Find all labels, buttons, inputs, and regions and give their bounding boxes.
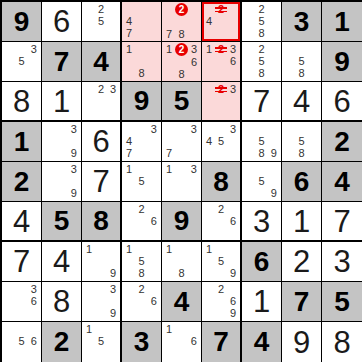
cell-r4c5[interactable]: 37 (162, 122, 202, 162)
cell-r8c2[interactable]: 8 (42, 282, 82, 322)
candidate-empty (188, 323, 200, 336)
candidate-7: 7 (163, 28, 175, 40)
candidate-6: 6 (28, 295, 40, 307)
candidate-empty (203, 123, 215, 135)
candidate-empty (163, 255, 175, 267)
candidate-empty (268, 43, 280, 55)
candidate-2-marked: 2 (215, 3, 227, 15)
cell-r6c4[interactable]: 26 (122, 202, 162, 242)
cell-r3c3[interactable]: 23 (82, 82, 122, 122)
candidate-empty (43, 175, 55, 187)
given-digit: 9 (334, 48, 350, 76)
candidate-empty (308, 148, 320, 160)
candidate-empty (148, 203, 160, 215)
candidate-empty (123, 3, 135, 15)
cell-r1c7[interactable]: 258 (242, 2, 282, 42)
candidate-empty (135, 295, 147, 307)
candidate-empty (163, 348, 175, 361)
cell-r5c6[interactable]: 8 (202, 162, 242, 202)
candidate-empty (135, 3, 147, 15)
candidate-empty (15, 43, 27, 55)
candidate-empty (243, 188, 255, 200)
highlighted-candidate: 2 (175, 43, 188, 56)
candidate-empty (123, 227, 135, 239)
candidate-empty (68, 135, 80, 147)
candidate-empty (175, 16, 188, 28)
candidate-3: 3 (188, 163, 200, 175)
cell-r8c1[interactable]: 36 (2, 282, 42, 322)
candidate-empty (135, 243, 147, 255)
given-digit: 6 (294, 168, 310, 196)
candidate-5: 5 (255, 175, 267, 187)
cell-r9c5[interactable]: 16 (162, 322, 202, 362)
candidate-8: 8 (295, 148, 307, 160)
candidate-grid: 12368 (162, 42, 201, 81)
solved-digit: 6 (333, 86, 350, 117)
candidate-empty (3, 68, 15, 80)
given-digit: 7 (294, 288, 310, 316)
candidate-empty (123, 295, 135, 307)
candidate-empty (68, 175, 80, 187)
cell-r4c3[interactable]: 6 (82, 122, 122, 162)
cell-r3c2[interactable]: 1 (42, 82, 82, 122)
cell-r7c8[interactable]: 2 (282, 242, 322, 282)
cell-r9c3[interactable]: 15 (82, 322, 122, 362)
candidate-empty (15, 295, 27, 307)
solved-digit: 8 (333, 327, 350, 358)
candidate-grid: 39 (42, 122, 81, 161)
solved-digit: 7 (333, 206, 350, 237)
cell-r8c6[interactable]: 269 (202, 282, 242, 322)
cell-r6c7[interactable]: 3 (242, 202, 282, 242)
candidate-9: 9 (227, 308, 239, 320)
given-digit: 6 (254, 248, 270, 276)
cell-r8c3[interactable]: 39 (82, 282, 122, 322)
candidate-empty (215, 227, 227, 239)
candidate-1: 1 (163, 323, 175, 336)
candidate-empty (148, 243, 160, 255)
candidate-6: 6 (227, 295, 239, 307)
cell-r7c1[interactable]: 7 (2, 242, 42, 282)
cell-r1c5[interactable]: 278 (162, 2, 202, 42)
candidate-grid: 35 (2, 42, 41, 81)
candidate-1: 1 (163, 163, 175, 175)
cell-r3c6[interactable]: 23 (202, 82, 242, 122)
candidate-grid: 158 (122, 242, 161, 281)
cell-r9c7[interactable]: 4 (242, 322, 282, 362)
candidate-grid: 26 (122, 282, 161, 321)
cell-r7c6[interactable]: 159 (202, 242, 242, 282)
cell-r5c7[interactable]: 59 (242, 162, 282, 202)
solved-digit: 1 (53, 86, 70, 117)
candidate-grid: 36 (2, 282, 41, 321)
candidate-empty (175, 323, 187, 336)
cell-r6c9[interactable]: 7 (322, 202, 362, 242)
candidate-empty (163, 268, 175, 280)
solved-digit: 1 (253, 286, 270, 317)
candidate-empty (148, 283, 160, 295)
candidate-9: 9 (107, 308, 119, 320)
candidate-empty (308, 68, 320, 80)
candidate-grid: 59 (242, 162, 281, 201)
given-digit: 7 (213, 328, 229, 356)
cell-r2c8[interactable]: 58 (282, 42, 322, 82)
candidate-empty (148, 227, 160, 239)
cell-r4c2[interactable]: 39 (42, 122, 82, 162)
candidate-empty (15, 283, 27, 295)
cell-r9c6[interactable]: 7 (202, 322, 242, 362)
candidate-empty (55, 148, 67, 160)
candidate-3: 3 (148, 123, 160, 135)
candidate-empty (203, 83, 215, 95)
given-digit: 7 (54, 48, 70, 76)
candidate-empty (188, 255, 200, 267)
cell-r1c6[interactable]: 24 (202, 2, 242, 42)
sudoku-board: 9625472782425831357418123681236258589812… (0, 0, 362, 362)
candidate-empty (148, 15, 160, 27)
cell-r2c7[interactable]: 258 (242, 42, 282, 82)
candidate-empty (188, 268, 200, 280)
candidate-empty (215, 55, 227, 67)
candidate-empty (148, 308, 160, 320)
cell-r4c7[interactable]: 589 (242, 122, 282, 162)
candidate-empty (95, 348, 107, 361)
candidate-8: 8 (255, 28, 267, 40)
candidate-grid: 269 (202, 282, 240, 321)
candidate-empty (175, 123, 187, 135)
candidate-empty (123, 175, 135, 187)
candidate-empty (215, 308, 227, 320)
candidate-empty (215, 28, 227, 40)
candidate-empty (123, 123, 135, 135)
candidate-3: 3 (68, 123, 80, 135)
candidate-empty (107, 28, 119, 40)
cell-r1c9[interactable]: 1 (322, 2, 362, 42)
cell-r4c9[interactable]: 2 (322, 122, 362, 162)
candidate-empty (163, 16, 175, 28)
candidate-empty (3, 283, 15, 295)
candidate-grid: 18 (122, 42, 161, 81)
given-digit: 4 (334, 168, 350, 196)
candidate-empty (227, 15, 239, 27)
candidate-grid: 13 (162, 162, 201, 201)
cell-r7c5[interactable]: 18 (162, 242, 202, 282)
candidate-empty (95, 323, 107, 336)
candidate-empty (107, 348, 119, 361)
candidate-grid: 1236 (202, 42, 240, 81)
candidate-empty (243, 55, 255, 67)
candidate-grid: 589 (242, 122, 281, 161)
candidate-empty (227, 148, 239, 160)
candidate-empty (203, 215, 215, 227)
candidate-empty (227, 135, 239, 147)
candidate-1: 1 (203, 243, 215, 255)
cell-r5c3[interactable]: 7 (82, 162, 122, 202)
candidate-empty (188, 68, 200, 80)
cell-r1c3[interactable]: 25 (82, 2, 122, 42)
cell-r4c6[interactable]: 345 (202, 122, 242, 162)
cell-r2c9[interactable]: 9 (322, 42, 362, 82)
candidate-empty (175, 336, 187, 349)
solved-digit: 7 (253, 86, 270, 117)
candidate-empty (95, 255, 107, 267)
candidate-1: 1 (123, 243, 135, 255)
candidate-8: 8 (255, 148, 267, 160)
cell-r1c1[interactable]: 9 (2, 2, 42, 42)
candidate-empty (107, 323, 119, 336)
candidate-empty (15, 308, 27, 320)
candidate-empty (83, 15, 95, 27)
candidate-empty (163, 68, 175, 80)
candidate-8: 8 (175, 28, 188, 40)
candidate-empty (203, 68, 215, 80)
cell-r2c1[interactable]: 35 (2, 42, 42, 82)
candidate-9: 9 (107, 268, 119, 280)
candidate-empty (203, 203, 215, 215)
given-digit: 3 (294, 8, 310, 36)
candidate-grid: 15 (82, 322, 120, 362)
solved-digit: 7 (92, 166, 109, 197)
cell-r7c3[interactable]: 19 (82, 242, 122, 282)
cell-r9c1[interactable]: 56 (2, 322, 42, 362)
cell-r3c7[interactable]: 7 (242, 82, 282, 122)
candidate-5: 5 (255, 135, 267, 147)
cell-r5c9[interactable]: 4 (322, 162, 362, 202)
candidate-5: 5 (295, 55, 307, 67)
candidate-empty (95, 295, 107, 307)
cell-r4c8[interactable]: 58 (282, 122, 322, 162)
candidate-empty (215, 268, 227, 280)
candidate-7: 7 (163, 148, 175, 160)
cell-r3c1[interactable]: 8 (2, 82, 42, 122)
candidate-empty (3, 43, 15, 55)
candidate-empty (135, 227, 147, 239)
cell-r4c4[interactable]: 347 (122, 122, 162, 162)
candidate-empty (175, 255, 187, 267)
cell-r5c4[interactable]: 15 (122, 162, 162, 202)
candidate-8: 8 (295, 68, 307, 80)
candidate-empty (268, 163, 280, 175)
cell-r1c4[interactable]: 47 (122, 2, 162, 42)
candidate-empty (188, 348, 200, 361)
candidate-empty (243, 123, 255, 135)
cell-r2c2[interactable]: 7 (42, 42, 82, 82)
cell-r1c8[interactable]: 3 (282, 2, 322, 42)
candidate-empty (135, 215, 147, 227)
candidate-grid: 16 (162, 322, 201, 362)
solved-digit: 1 (293, 206, 310, 237)
candidate-empty (227, 255, 239, 267)
candidate-empty (243, 163, 255, 175)
cell-r7c9[interactable]: 3 (322, 242, 362, 282)
candidate-grid: 258 (242, 2, 281, 41)
cell-r7c4[interactable]: 158 (122, 242, 162, 282)
candidate-empty (163, 175, 175, 187)
candidate-empty (283, 43, 295, 55)
cell-r7c7[interactable]: 6 (242, 242, 282, 282)
cell-r3c4[interactable]: 9 (122, 82, 162, 122)
cell-r6c6[interactable]: 26 (202, 202, 242, 242)
candidate-2: 2 (255, 43, 267, 55)
candidate-empty (55, 135, 67, 147)
candidate-empty (215, 107, 227, 119)
candidate-empty (188, 148, 200, 160)
candidate-8: 8 (255, 68, 267, 80)
cell-r9c9[interactable]: 8 (322, 322, 362, 362)
candidate-empty (55, 188, 67, 200)
given-digit: 4 (174, 288, 190, 316)
solved-digit: 8 (13, 86, 30, 117)
candidate-empty (123, 255, 135, 267)
candidate-empty (188, 243, 200, 255)
candidate-empty (175, 188, 187, 200)
candidate-empty (175, 135, 187, 147)
candidate-9: 9 (268, 148, 280, 160)
given-digit: 4 (254, 328, 270, 356)
candidate-empty (123, 283, 135, 295)
candidate-9: 9 (268, 188, 280, 200)
cell-r9c4[interactable]: 3 (122, 322, 162, 362)
candidate-empty (83, 255, 95, 267)
candidate-5: 5 (135, 175, 147, 187)
candidate-6: 6 (227, 215, 239, 227)
cell-r3c5[interactable]: 5 (162, 82, 202, 122)
cell-r7c2[interactable]: 4 (42, 242, 82, 282)
candidate-empty (308, 135, 320, 147)
candidate-empty (148, 268, 160, 280)
candidate-empty (43, 123, 55, 135)
candidate-9: 9 (68, 188, 80, 200)
cell-r6c5[interactable]: 9 (162, 202, 202, 242)
cell-r6c1[interactable]: 4 (2, 202, 42, 242)
cell-r6c2[interactable]: 5 (42, 202, 82, 242)
candidate-empty (123, 215, 135, 227)
cell-r2c3[interactable]: 4 (82, 42, 122, 82)
candidate-empty (175, 243, 187, 255)
given-digit: 9 (14, 8, 30, 36)
cell-r2c5[interactable]: 12368 (162, 42, 202, 82)
cell-r8c8[interactable]: 7 (282, 282, 322, 322)
candidate-empty (43, 163, 55, 175)
candidate-empty (107, 107, 119, 119)
candidate-2: 2 (215, 203, 227, 215)
candidate-empty (107, 336, 119, 349)
candidate-empty (95, 95, 107, 107)
candidate-empty (227, 227, 239, 239)
candidate-empty (83, 336, 95, 349)
candidate-8: 8 (135, 68, 147, 80)
candidate-empty (188, 188, 200, 200)
cell-r5c2[interactable]: 39 (42, 162, 82, 202)
candidate-empty (95, 268, 107, 280)
candidate-empty (148, 255, 160, 267)
candidate-empty (188, 175, 200, 187)
cell-r6c3[interactable]: 8 (82, 202, 122, 242)
cell-r5c1[interactable]: 2 (2, 162, 42, 202)
candidate-grid: 19 (82, 242, 120, 281)
candidate-empty (15, 323, 27, 336)
cell-r5c5[interactable]: 13 (162, 162, 202, 202)
cell-r9c8[interactable]: 9 (282, 322, 322, 362)
candidate-6: 6 (188, 56, 200, 68)
cell-r8c7[interactable]: 1 (242, 282, 282, 322)
candidate-empty (215, 148, 227, 160)
candidate-empty (163, 135, 175, 147)
candidate-empty (203, 255, 215, 267)
candidate-empty (148, 135, 160, 147)
solved-digit: 6 (92, 126, 109, 157)
candidate-empty (95, 107, 107, 119)
candidate-3: 3 (107, 83, 119, 95)
cell-r4c1[interactable]: 1 (2, 122, 42, 162)
candidate-empty (83, 28, 95, 40)
cell-r3c8[interactable]: 4 (282, 82, 322, 122)
candidate-2-marked: 2 (215, 43, 227, 55)
cell-r8c5[interactable]: 4 (162, 282, 202, 322)
cell-r8c9[interactable]: 5 (322, 282, 362, 322)
cell-r6c8[interactable]: 1 (282, 202, 322, 242)
candidate-1: 1 (163, 43, 175, 56)
cell-r3c9[interactable]: 6 (322, 82, 362, 122)
candidate-5: 5 (255, 55, 267, 67)
candidate-empty (203, 148, 215, 160)
solved-digit: 4 (13, 206, 30, 237)
solved-digit: 4 (293, 86, 310, 117)
eliminated-candidate: 2 (217, 44, 225, 55)
candidate-4: 4 (123, 135, 135, 147)
candidate-empty (203, 55, 215, 67)
candidate-2: 2 (135, 203, 147, 215)
cell-r9c2[interactable]: 2 (42, 322, 82, 362)
cell-r2c4[interactable]: 18 (122, 42, 162, 82)
candidate-empty (175, 348, 187, 361)
candidate-3: 3 (28, 43, 40, 55)
candidate-grid: 345 (202, 122, 240, 161)
candidate-7: 7 (123, 148, 135, 160)
candidate-empty (203, 107, 215, 119)
candidate-empty (243, 148, 255, 160)
candidate-1: 1 (163, 243, 175, 255)
cell-r1c2[interactable]: 6 (42, 2, 82, 42)
candidate-empty (95, 243, 107, 255)
given-digit: 9 (174, 207, 190, 235)
candidate-empty (135, 188, 147, 200)
candidate-empty (203, 95, 215, 107)
cell-r2c6[interactable]: 1236 (202, 42, 242, 82)
candidate-empty (227, 28, 239, 40)
candidate-empty (255, 123, 267, 135)
candidate-4: 4 (203, 135, 215, 147)
candidate-empty (95, 28, 107, 40)
candidate-grid: 58 (282, 122, 321, 161)
candidate-empty (135, 15, 147, 27)
candidate-3: 3 (227, 83, 239, 95)
cell-r5c8[interactable]: 6 (282, 162, 322, 202)
candidate-empty (203, 28, 215, 40)
candidate-empty (268, 68, 280, 80)
candidate-empty (28, 308, 40, 320)
candidate-empty (215, 215, 227, 227)
candidate-2: 2 (95, 83, 107, 95)
candidate-2: 2 (215, 283, 227, 295)
candidate-empty (135, 55, 147, 67)
given-digit: 5 (174, 87, 190, 115)
candidate-empty (107, 243, 119, 255)
cell-r8c4[interactable]: 26 (122, 282, 162, 322)
candidate-grid: 15 (122, 162, 161, 201)
candidate-empty (15, 68, 27, 80)
candidate-empty (243, 135, 255, 147)
